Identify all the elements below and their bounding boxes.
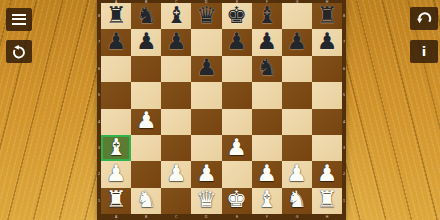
black-rook: ♜ (106, 4, 127, 27)
square-f4[interactable] (252, 109, 282, 135)
square-h2[interactable]: ♟ (312, 161, 342, 187)
black-knight: ♞ (256, 56, 277, 79)
rotate-button[interactable] (6, 40, 32, 63)
coord-label: E (230, 216, 243, 219)
square-b4[interactable]: ♟ (131, 109, 161, 135)
white-pawn: ♟ (136, 109, 157, 132)
black-pawn: ♟ (166, 30, 187, 53)
white-pawn: ♟ (166, 162, 187, 185)
file-labels-bottom: ABCDEFGH (101, 214, 342, 220)
square-e4[interactable] (222, 109, 252, 135)
black-pawn: ♟ (226, 30, 247, 53)
white-pawn: ♟ (256, 162, 277, 185)
black-knight: ♞ (136, 4, 157, 27)
coord-label: 8 (98, 11, 101, 22)
square-c4[interactable] (161, 109, 191, 135)
black-pawn: ♟ (317, 30, 338, 53)
coord-label: 5 (98, 90, 101, 101)
square-e2[interactable] (222, 161, 252, 187)
coord-label: B (140, 216, 153, 219)
square-d5[interactable] (191, 82, 221, 108)
black-queen: ♛ (196, 4, 217, 27)
chess-board: ♜♞♝♛♚♝♜♟♟♟♟♟♟♟♟♞♟♝♟♟♟♟♟♟♟♜♞♛♚♝♞♜ ABCDEFG… (97, 0, 346, 220)
square-c5[interactable] (161, 82, 191, 108)
coord-label: 4 (98, 116, 101, 127)
square-f6[interactable]: ♞ (252, 56, 282, 82)
coord-label: H (321, 216, 334, 219)
square-e3[interactable]: ♟ (222, 135, 252, 161)
white-king: ♚ (226, 188, 247, 211)
app-screen: i ♜♞♝♛♚♝♜♟♟♟♟♟♟♟♟♞♟♝♟♟♟♟♟♟♟♜♞♛♚♝♞♜ ABCDE… (0, 0, 440, 220)
square-b6[interactable] (131, 56, 161, 82)
white-rook: ♜ (106, 188, 127, 211)
coord-label: 7 (98, 37, 101, 48)
coord-label: 7 (343, 37, 346, 48)
white-knight: ♞ (287, 188, 308, 211)
black-bishop: ♝ (256, 4, 277, 27)
coord-label: F (260, 216, 273, 219)
square-d4[interactable] (191, 109, 221, 135)
square-c2[interactable]: ♟ (161, 161, 191, 187)
square-d6[interactable]: ♟ (191, 56, 221, 82)
square-c1[interactable] (161, 188, 191, 214)
square-f1[interactable]: ♝ (252, 188, 282, 214)
coord-label: G (290, 216, 303, 219)
coord-label: 1 (98, 195, 101, 206)
square-a3[interactable]: ♝ (101, 135, 131, 161)
square-h3[interactable] (312, 135, 342, 161)
square-f5[interactable] (252, 82, 282, 108)
coord-label: 3 (343, 143, 346, 154)
square-c3[interactable] (161, 135, 191, 161)
square-b1[interactable]: ♞ (131, 188, 161, 214)
square-c8[interactable]: ♝ (161, 3, 191, 29)
square-g7[interactable]: ♟ (282, 29, 312, 55)
square-h4[interactable] (312, 109, 342, 135)
square-g8[interactable] (282, 3, 312, 29)
coord-label: 6 (343, 63, 346, 74)
square-d8[interactable]: ♛ (191, 3, 221, 29)
coord-label: 4 (343, 116, 346, 127)
coord-label: 1 (343, 195, 346, 206)
square-f2[interactable]: ♟ (252, 161, 282, 187)
square-a6[interactable] (101, 56, 131, 82)
coord-label: 3 (98, 143, 101, 154)
square-e6[interactable] (222, 56, 252, 82)
white-queen: ♛ (196, 188, 217, 211)
square-d7[interactable] (191, 29, 221, 55)
square-b3[interactable] (131, 135, 161, 161)
coord-label: 2 (343, 169, 346, 180)
black-pawn: ♟ (256, 30, 277, 53)
square-g2[interactable]: ♟ (282, 161, 312, 187)
black-king: ♚ (226, 4, 247, 27)
square-f8[interactable]: ♝ (252, 3, 282, 29)
black-pawn: ♟ (136, 30, 157, 53)
square-a7[interactable]: ♟ (101, 29, 131, 55)
square-e7[interactable]: ♟ (222, 29, 252, 55)
square-g3[interactable] (282, 135, 312, 161)
square-e8[interactable]: ♚ (222, 3, 252, 29)
square-c7[interactable]: ♟ (161, 29, 191, 55)
coord-label: 8 (343, 11, 346, 22)
square-g6[interactable] (282, 56, 312, 82)
black-bishop: ♝ (166, 4, 187, 27)
hamburger-menu-icon (12, 14, 26, 25)
square-h7[interactable]: ♟ (312, 29, 342, 55)
square-b7[interactable]: ♟ (131, 29, 161, 55)
square-a1[interactable]: ♜ (101, 188, 131, 214)
square-b2[interactable] (131, 161, 161, 187)
coord-label: C (170, 216, 183, 219)
black-pawn: ♟ (106, 30, 127, 53)
square-g1[interactable]: ♞ (282, 188, 312, 214)
square-b5[interactable] (131, 82, 161, 108)
square-d3[interactable] (191, 135, 221, 161)
undo-arrow-icon (416, 10, 433, 27)
square-h5[interactable] (312, 82, 342, 108)
square-e5[interactable] (222, 82, 252, 108)
square-a2[interactable]: ♟ (101, 161, 131, 187)
white-bishop: ♝ (106, 136, 127, 159)
white-pawn: ♟ (287, 162, 308, 185)
square-f7[interactable]: ♟ (252, 29, 282, 55)
square-f3[interactable] (252, 135, 282, 161)
square-c6[interactable] (161, 56, 191, 82)
square-g5[interactable] (282, 82, 312, 108)
coord-label: 5 (343, 90, 346, 101)
white-pawn: ♟ (106, 162, 127, 185)
square-a4[interactable] (101, 109, 131, 135)
white-knight: ♞ (136, 188, 157, 211)
square-h8[interactable]: ♜ (312, 3, 342, 29)
coord-label: 2 (98, 169, 101, 180)
coord-label: A (110, 216, 123, 219)
chess-board-grid: ♜♞♝♛♚♝♜♟♟♟♟♟♟♟♟♞♟♝♟♟♟♟♟♟♟♜♞♛♚♝♞♜ (101, 3, 342, 214)
white-pawn: ♟ (196, 162, 217, 185)
square-g4[interactable] (282, 109, 312, 135)
square-e1[interactable]: ♚ (222, 188, 252, 214)
white-rook: ♜ (317, 188, 338, 211)
black-pawn: ♟ (196, 56, 217, 79)
coord-label: 6 (98, 63, 101, 74)
white-pawn: ♟ (226, 136, 247, 159)
square-b8[interactable]: ♞ (131, 3, 161, 29)
menu-button[interactable] (6, 8, 32, 31)
info-button[interactable]: i (410, 40, 438, 63)
black-pawn: ♟ (287, 30, 308, 53)
info-icon: i (422, 45, 426, 58)
square-a8[interactable]: ♜ (101, 3, 131, 29)
white-pawn: ♟ (317, 162, 338, 185)
undo-button[interactable] (410, 7, 438, 30)
square-d2[interactable]: ♟ (191, 161, 221, 187)
black-rook: ♜ (317, 4, 338, 27)
square-h1[interactable]: ♜ (312, 188, 342, 214)
coord-label: D (200, 216, 213, 219)
square-a5[interactable] (101, 82, 131, 108)
square-h6[interactable] (312, 56, 342, 82)
rotate-icon (11, 44, 27, 60)
white-bishop: ♝ (256, 188, 277, 211)
square-d1[interactable]: ♛ (191, 188, 221, 214)
